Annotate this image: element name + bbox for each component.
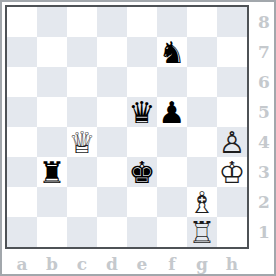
file-label-g: g <box>187 251 217 276</box>
square-c4[interactable]: ♕ <box>67 127 97 157</box>
square-c6[interactable] <box>67 67 97 97</box>
file-label-c: c <box>67 251 97 276</box>
square-d1[interactable] <box>97 217 127 247</box>
file-label-b: b <box>37 251 67 276</box>
rank-label-3: 3 <box>251 157 276 187</box>
square-b5[interactable] <box>37 97 67 127</box>
square-b4[interactable] <box>37 127 67 157</box>
square-a5[interactable] <box>7 97 37 127</box>
square-f1[interactable] <box>157 217 187 247</box>
square-h2[interactable] <box>217 187 247 217</box>
file-label-a: a <box>7 251 37 276</box>
square-f4[interactable] <box>157 127 187 157</box>
square-a4[interactable] <box>7 127 37 157</box>
square-a6[interactable] <box>7 67 37 97</box>
square-d3[interactable] <box>97 157 127 187</box>
square-d2[interactable] <box>97 187 127 217</box>
square-b8[interactable] <box>37 7 67 37</box>
square-g1[interactable]: ♖ <box>187 217 217 247</box>
white-queen-icon[interactable]: ♕ <box>67 127 97 157</box>
rank-label-8: 8 <box>251 7 276 37</box>
white-pawn-icon[interactable]: ♙ <box>217 127 247 157</box>
file-label-f: f <box>157 251 187 276</box>
square-g2[interactable]: ♗ <box>187 187 217 217</box>
rank-label-1: 1 <box>251 217 276 247</box>
square-g4[interactable] <box>187 127 217 157</box>
square-e7[interactable] <box>127 37 157 67</box>
square-d7[interactable] <box>97 37 127 67</box>
square-f7[interactable]: ♞ <box>157 37 187 67</box>
file-label-e: e <box>127 251 157 276</box>
square-e2[interactable] <box>127 187 157 217</box>
black-pawn-icon[interactable]: ♟ <box>157 97 187 127</box>
square-h7[interactable] <box>217 37 247 67</box>
file-label-h: h <box>217 251 247 276</box>
rank-labels: 87654321 <box>251 7 276 247</box>
rank-label-4: 4 <box>251 127 276 157</box>
square-a7[interactable] <box>7 37 37 67</box>
square-g8[interactable] <box>187 7 217 37</box>
square-e8[interactable] <box>127 7 157 37</box>
square-f6[interactable] <box>157 67 187 97</box>
square-b6[interactable] <box>37 67 67 97</box>
square-b1[interactable] <box>37 217 67 247</box>
square-b7[interactable] <box>37 37 67 67</box>
rank-label-7: 7 <box>251 37 276 67</box>
black-knight-icon[interactable]: ♞ <box>157 37 187 67</box>
square-e4[interactable] <box>127 127 157 157</box>
square-d8[interactable] <box>97 7 127 37</box>
black-queen-icon[interactable]: ♛ <box>127 97 157 127</box>
square-g5[interactable] <box>187 97 217 127</box>
square-c8[interactable] <box>67 7 97 37</box>
square-f8[interactable] <box>157 7 187 37</box>
file-labels: abcdefgh <box>7 251 247 276</box>
rank-label-5: 5 <box>251 97 276 127</box>
square-f3[interactable] <box>157 157 187 187</box>
square-a8[interactable] <box>7 7 37 37</box>
square-h5[interactable] <box>217 97 247 127</box>
square-h6[interactable] <box>217 67 247 97</box>
file-label-d: d <box>97 251 127 276</box>
chess-diagram: ♞♛♟♕♙♜♚♔♗♖ abcdefgh 87654321 <box>0 0 276 276</box>
black-king-icon[interactable]: ♚ <box>127 157 157 187</box>
square-h4[interactable]: ♙ <box>217 127 247 157</box>
square-a2[interactable] <box>7 187 37 217</box>
square-d6[interactable] <box>97 67 127 97</box>
square-a3[interactable] <box>7 157 37 187</box>
white-rook-icon[interactable]: ♖ <box>187 217 217 247</box>
rank-label-2: 2 <box>251 187 276 217</box>
square-c3[interactable] <box>67 157 97 187</box>
white-bishop-icon[interactable]: ♗ <box>187 187 217 217</box>
black-rook-icon[interactable]: ♜ <box>37 157 67 187</box>
square-e3[interactable]: ♚ <box>127 157 157 187</box>
white-king-icon[interactable]: ♔ <box>217 157 247 187</box>
square-e6[interactable] <box>127 67 157 97</box>
square-a1[interactable] <box>7 217 37 247</box>
square-c5[interactable] <box>67 97 97 127</box>
square-e5[interactable]: ♛ <box>127 97 157 127</box>
square-h1[interactable] <box>217 217 247 247</box>
square-f2[interactable] <box>157 187 187 217</box>
square-f5[interactable]: ♟ <box>157 97 187 127</box>
square-g7[interactable] <box>187 37 217 67</box>
square-c7[interactable] <box>67 37 97 67</box>
square-h8[interactable] <box>217 7 247 37</box>
board-frame: ♞♛♟♕♙♜♚♔♗♖ <box>5 5 249 249</box>
square-e1[interactable] <box>127 217 157 247</box>
square-h3[interactable]: ♔ <box>217 157 247 187</box>
square-d4[interactable] <box>97 127 127 157</box>
square-g3[interactable] <box>187 157 217 187</box>
square-c2[interactable] <box>67 187 97 217</box>
square-b2[interactable] <box>37 187 67 217</box>
square-c1[interactable] <box>67 217 97 247</box>
square-d5[interactable] <box>97 97 127 127</box>
rank-label-6: 6 <box>251 67 276 97</box>
square-b3[interactable]: ♜ <box>37 157 67 187</box>
chess-board: ♞♛♟♕♙♜♚♔♗♖ <box>7 7 247 247</box>
square-g6[interactable] <box>187 67 217 97</box>
